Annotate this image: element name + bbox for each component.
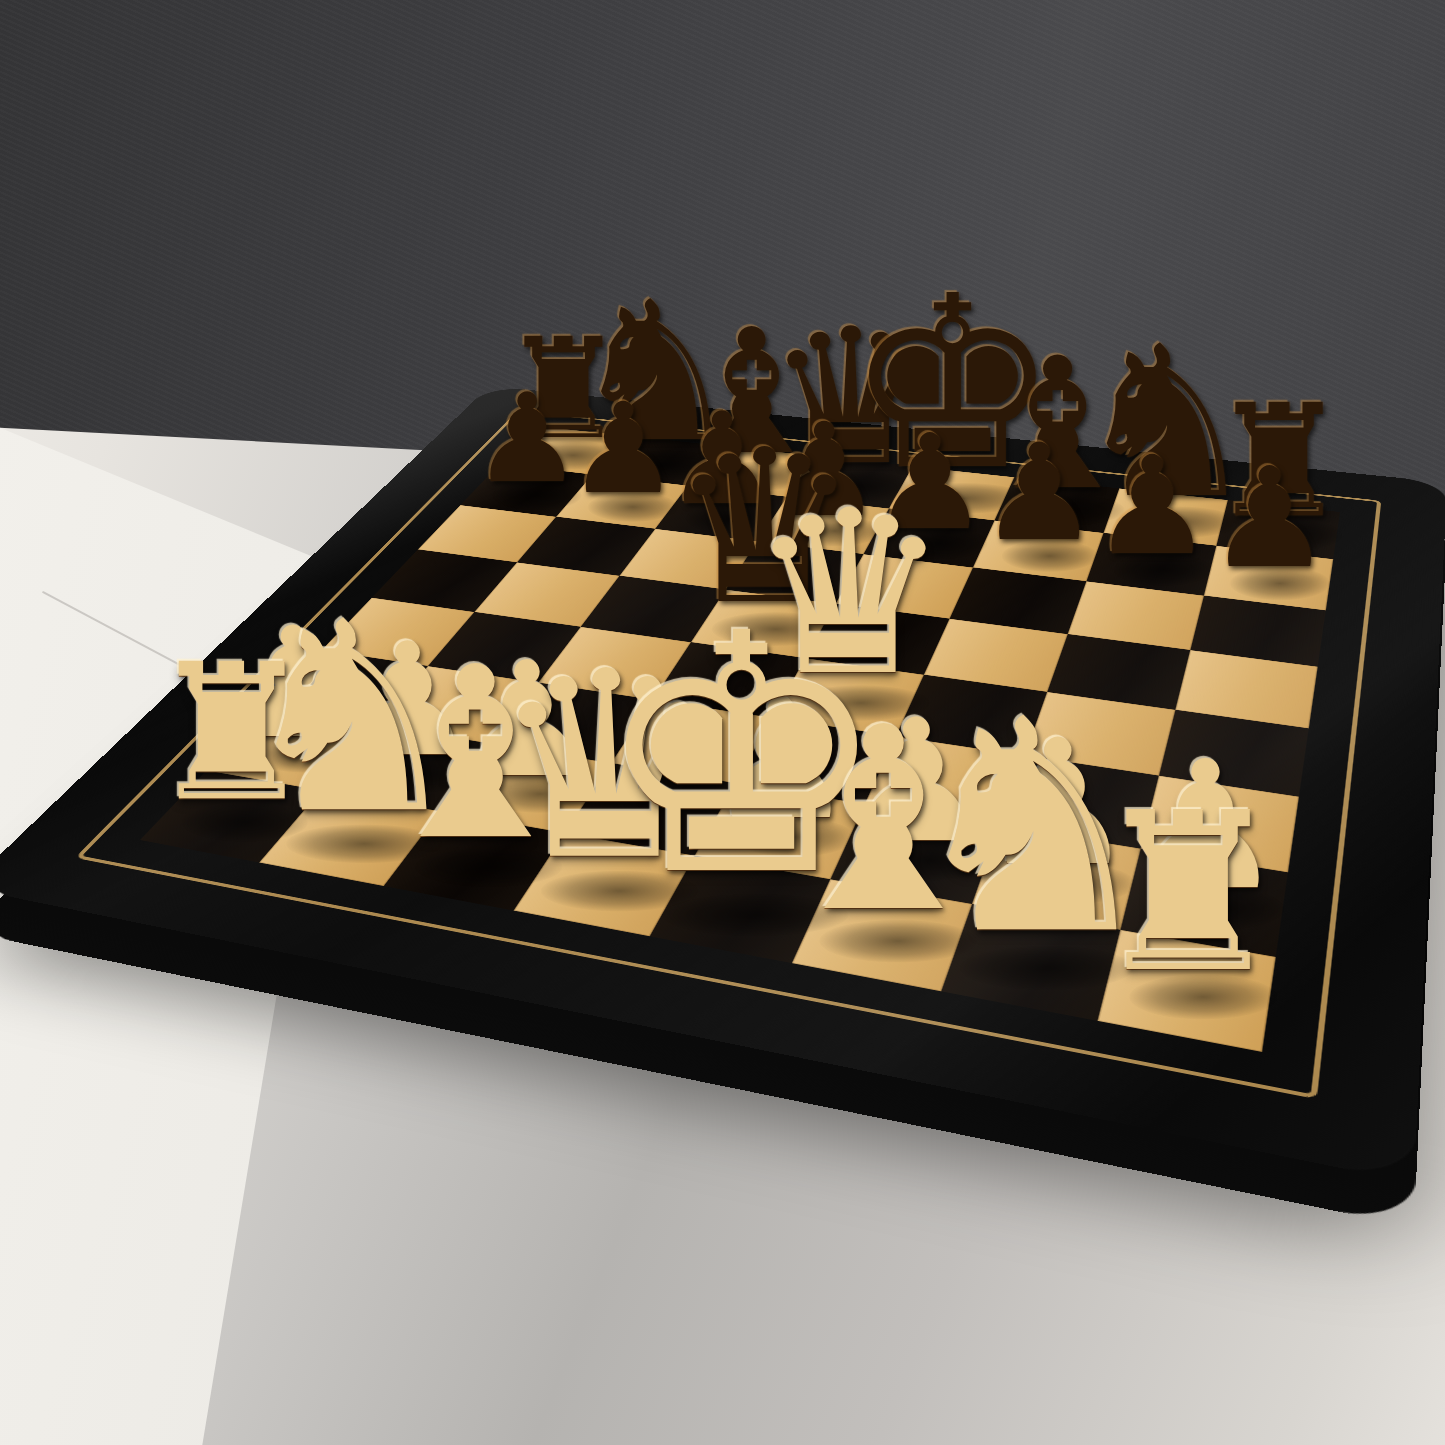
piece-black-pawn-g7[interactable]: ♟ (1091, 438, 1213, 574)
piece-black-pawn-h7[interactable]: ♟ (1207, 450, 1331, 588)
product-photo-scene: ♜♞♝♛♚♝♞♜♟♟♟♟♟♟♟♟♛♛♟♟♟♟♟♟♟♜♞♝♛♚♝♞♜ (0, 0, 1445, 1445)
square-h6[interactable] (1190, 596, 1325, 667)
piece-black-pawn-f7[interactable]: ♟ (979, 427, 1099, 561)
square-a6[interactable] (418, 505, 556, 562)
piece-black-pawn-b7[interactable]: ♟ (567, 386, 679, 511)
piece-black-pawn-a7[interactable]: ♟ (472, 376, 582, 499)
square-f6[interactable] (950, 567, 1087, 634)
square-h5[interactable] (1175, 650, 1317, 728)
square-g6[interactable] (1068, 581, 1204, 650)
piece-white-rook-h1[interactable]: ♜ (1090, 784, 1287, 1004)
